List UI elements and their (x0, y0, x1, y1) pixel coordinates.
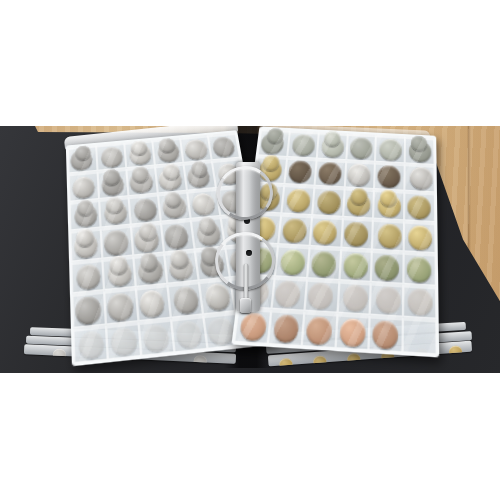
pocket-cell (167, 281, 203, 318)
coin (286, 189, 311, 213)
coin (305, 316, 332, 346)
coin (162, 163, 180, 180)
coin (343, 221, 368, 247)
pocket-cell (404, 221, 436, 254)
pocket-cell (374, 161, 405, 191)
pocket-cell (69, 171, 99, 201)
pocket-cell (101, 225, 134, 258)
coin (274, 280, 301, 308)
coin (312, 219, 337, 245)
coin (220, 190, 246, 214)
coin (409, 225, 433, 251)
coin (133, 198, 158, 223)
coin (411, 136, 427, 152)
pocket-grid-right (231, 126, 439, 357)
coin (281, 218, 307, 244)
pocket-cell (126, 166, 157, 196)
pocket-cell (405, 163, 435, 193)
pocket-cell (369, 315, 403, 352)
pocket-cell (73, 324, 108, 363)
pocket-cell (131, 222, 164, 255)
pocket-cell (243, 242, 278, 276)
coin (339, 318, 366, 348)
pocket-cell (68, 145, 98, 174)
pocket-cell (72, 290, 106, 327)
coin (317, 162, 341, 185)
pocket-cell (404, 191, 435, 222)
pocket-cell (373, 189, 404, 220)
coin (190, 161, 208, 178)
pocket-cell (208, 132, 240, 160)
pocket-cell (304, 278, 339, 313)
pocket-cell (161, 219, 195, 252)
pocket-cell (155, 163, 187, 193)
coin (343, 252, 368, 279)
pocket-cell (98, 168, 129, 198)
pocket-cell (403, 317, 437, 354)
coin (164, 191, 182, 209)
coin (212, 136, 237, 158)
coin (372, 320, 398, 350)
coin (175, 320, 203, 350)
pocket-cell (106, 321, 141, 360)
coin (204, 283, 232, 311)
coin (110, 326, 137, 356)
coin (72, 175, 95, 199)
coin (347, 164, 371, 187)
pocket-cell (281, 184, 314, 215)
coin (311, 250, 337, 277)
coin (104, 230, 129, 256)
coin (158, 137, 175, 153)
pocket-cell (309, 215, 342, 247)
coin (217, 162, 242, 185)
coin (107, 293, 133, 322)
pocket-cell (138, 317, 174, 356)
pocket-cell (341, 217, 374, 249)
pocket-cell (124, 140, 155, 169)
coin (408, 195, 432, 220)
pocket-cell (164, 249, 199, 284)
pocket-cell (284, 157, 316, 187)
pocket-cell (133, 252, 167, 287)
coin (78, 330, 104, 360)
pocket-cell (234, 307, 271, 344)
coin (248, 247, 275, 274)
pocket-cell (275, 244, 310, 278)
coin (191, 192, 217, 216)
pocket-cell (171, 314, 208, 353)
coin (279, 248, 306, 275)
coin (288, 160, 313, 183)
coin (76, 296, 102, 325)
pocket-cell (70, 199, 101, 231)
pocket-cell (404, 251, 436, 285)
pocket-cell (271, 276, 307, 311)
coin (379, 138, 402, 161)
pocket-cell (254, 155, 287, 184)
coin (407, 256, 432, 283)
pocket-cell (307, 246, 341, 280)
pocket-cell (191, 216, 225, 249)
pocket-cell (312, 186, 344, 217)
pocket-cell (180, 135, 212, 164)
photo-canvas (0, 0, 500, 500)
pocket-cell (346, 133, 376, 161)
coin (250, 216, 276, 241)
pocket-cell (371, 249, 404, 283)
pocket-cell (102, 255, 135, 290)
photo-frame (0, 126, 500, 373)
pocket-cell (337, 280, 371, 316)
coin (375, 254, 400, 281)
pocket-cell (375, 135, 405, 163)
pocket-cell (158, 190, 191, 222)
pocket-cell (104, 287, 138, 324)
coin (239, 312, 267, 341)
coin (170, 249, 189, 269)
pocket-cell (287, 130, 318, 158)
right-coin-page (232, 126, 434, 351)
pocket-cell (301, 311, 337, 348)
coin (375, 286, 401, 314)
pocket-cell (71, 258, 104, 293)
coin (143, 323, 171, 353)
pocket-cell (187, 188, 220, 219)
pocket-cell (70, 228, 102, 262)
pocket-cell (152, 137, 183, 166)
coin (409, 167, 432, 191)
pocket-cell (136, 284, 171, 321)
coin (350, 137, 373, 160)
pocket-cell (247, 212, 281, 244)
coin (272, 314, 300, 343)
coin (377, 165, 400, 189)
pocket-cell (314, 158, 346, 188)
coin (139, 289, 166, 318)
coin (316, 190, 341, 215)
pocket-cell (212, 158, 245, 188)
coin (173, 286, 200, 314)
pocket-cell (99, 196, 131, 228)
pocket-cell (216, 185, 250, 216)
pocket-cell (129, 193, 161, 225)
pocket-cell (372, 219, 404, 251)
pocket-cell (183, 161, 216, 191)
coin (292, 134, 316, 156)
pocket-cell (335, 313, 370, 350)
pocket-cell (339, 248, 372, 282)
coin (76, 263, 101, 290)
letterbox-top (0, 0, 500, 126)
pocket-cell (344, 160, 375, 190)
pocket-cell (316, 131, 347, 159)
pocket-cell (195, 246, 230, 281)
pocket-cell (199, 278, 235, 314)
letterbox-bottom (0, 373, 500, 500)
pocket-cell (239, 274, 275, 309)
coin (342, 284, 368, 312)
coin (307, 282, 334, 310)
pocket-cell (251, 183, 285, 214)
pocket-cell (370, 282, 403, 318)
coin (164, 224, 190, 250)
pocket-cell (268, 309, 304, 346)
coin (408, 288, 433, 316)
pocket-cell (403, 283, 436, 319)
coin (101, 146, 124, 168)
coin (198, 216, 217, 234)
pocket-cell (96, 142, 126, 171)
coin (184, 139, 208, 161)
pocket-cell (278, 214, 312, 246)
pocket-cell (258, 128, 290, 156)
coin (377, 223, 401, 249)
coin (242, 278, 270, 306)
pocket-cell (405, 136, 435, 165)
pocket-cell (343, 188, 375, 219)
